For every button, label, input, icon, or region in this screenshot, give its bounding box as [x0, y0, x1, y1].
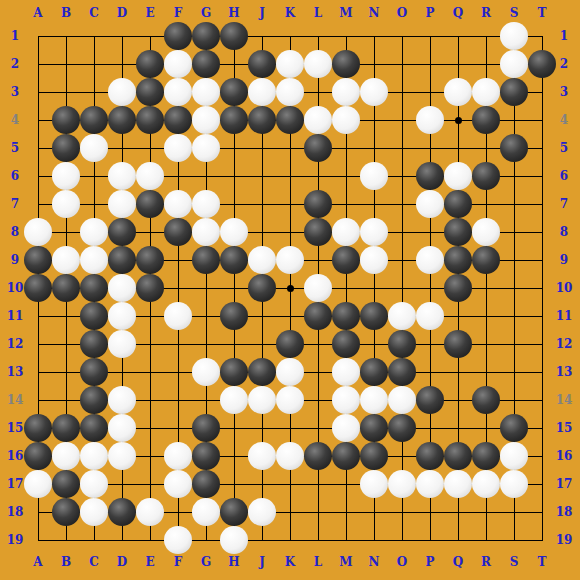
black-stone [248, 106, 276, 134]
white-stone [220, 386, 248, 414]
black-stone [416, 386, 444, 414]
white-stone [80, 470, 108, 498]
black-stone [360, 442, 388, 470]
white-stone [108, 302, 136, 330]
row-label-right: 3 [560, 86, 568, 98]
column-label-top: N [369, 7, 380, 19]
row-label-left: 17 [7, 478, 24, 490]
column-label-bottom: B [61, 556, 71, 568]
white-stone [276, 442, 304, 470]
row-label-left: 12 [7, 338, 24, 350]
black-stone [360, 414, 388, 442]
white-stone [416, 106, 444, 134]
black-stone [52, 498, 80, 526]
white-stone [332, 386, 360, 414]
column-label-top: P [425, 7, 434, 19]
black-stone [304, 218, 332, 246]
star-point [455, 117, 462, 124]
column-label-bottom: E [145, 556, 154, 568]
black-stone [444, 218, 472, 246]
row-label-right: 12 [556, 338, 573, 350]
column-label-bottom: J [259, 556, 265, 568]
row-label-left: 6 [11, 170, 19, 182]
white-stone [164, 470, 192, 498]
white-stone [416, 190, 444, 218]
white-stone [164, 50, 192, 78]
black-stone [304, 442, 332, 470]
white-stone [136, 162, 164, 190]
white-stone [388, 386, 416, 414]
row-label-right: 19 [556, 534, 573, 546]
black-stone [52, 414, 80, 442]
white-stone [192, 190, 220, 218]
white-stone [332, 106, 360, 134]
white-stone [500, 470, 528, 498]
black-stone [80, 330, 108, 358]
white-stone [276, 50, 304, 78]
grid-line [38, 540, 543, 541]
black-stone [528, 50, 556, 78]
row-label-right: 7 [560, 198, 568, 210]
white-stone [248, 246, 276, 274]
row-label-left: 14 [7, 394, 24, 406]
white-stone [500, 22, 528, 50]
black-stone [304, 190, 332, 218]
white-stone [332, 358, 360, 386]
row-label-right: 18 [556, 506, 573, 518]
white-stone [472, 470, 500, 498]
black-stone [80, 302, 108, 330]
black-stone [332, 246, 360, 274]
column-label-bottom: O [397, 556, 407, 568]
white-stone [192, 218, 220, 246]
black-stone [136, 106, 164, 134]
black-stone [388, 414, 416, 442]
black-stone [220, 246, 248, 274]
column-label-top: F [174, 7, 183, 19]
column-label-top: D [117, 7, 127, 19]
black-stone [416, 442, 444, 470]
row-label-right: 13 [556, 366, 573, 378]
white-stone [80, 134, 108, 162]
row-label-right: 1 [560, 30, 568, 42]
column-label-bottom: M [339, 556, 352, 568]
white-stone [332, 218, 360, 246]
black-stone [24, 414, 52, 442]
black-stone [136, 78, 164, 106]
white-stone [52, 442, 80, 470]
white-stone [192, 106, 220, 134]
column-label-bottom: N [369, 556, 380, 568]
row-label-right: 16 [556, 450, 573, 462]
white-stone [360, 470, 388, 498]
column-label-bottom: D [117, 556, 127, 568]
column-label-top: R [481, 7, 491, 19]
row-label-right: 4 [560, 114, 568, 126]
white-stone [108, 274, 136, 302]
row-label-left: 1 [11, 30, 19, 42]
column-label-top: L [314, 7, 322, 19]
white-stone [444, 162, 472, 190]
white-stone [108, 386, 136, 414]
black-stone [192, 470, 220, 498]
white-stone [108, 442, 136, 470]
white-stone [24, 470, 52, 498]
white-stone [304, 50, 332, 78]
column-label-top: Q [453, 7, 463, 19]
white-stone [276, 386, 304, 414]
column-label-top: H [228, 7, 239, 19]
white-stone [192, 78, 220, 106]
row-label-left: 3 [11, 86, 19, 98]
black-stone [80, 386, 108, 414]
row-label-left: 11 [7, 310, 24, 322]
column-label-top: G [201, 7, 211, 19]
black-stone [24, 246, 52, 274]
black-stone [220, 78, 248, 106]
black-stone [80, 414, 108, 442]
column-label-top: E [145, 7, 154, 19]
column-label-top: B [61, 7, 71, 19]
white-stone [360, 162, 388, 190]
column-label-top: C [89, 7, 99, 19]
black-stone [136, 274, 164, 302]
white-stone [360, 246, 388, 274]
white-stone [164, 134, 192, 162]
white-stone [444, 470, 472, 498]
white-stone [304, 274, 332, 302]
row-label-left: 8 [11, 226, 19, 238]
white-stone [80, 498, 108, 526]
black-stone [444, 274, 472, 302]
white-stone [360, 78, 388, 106]
white-stone [108, 330, 136, 358]
column-label-top: T [538, 7, 547, 19]
black-stone [192, 22, 220, 50]
black-stone [248, 50, 276, 78]
white-stone [136, 498, 164, 526]
white-stone [108, 190, 136, 218]
row-label-left: 7 [11, 198, 19, 210]
white-stone [164, 78, 192, 106]
row-label-left: 5 [11, 142, 19, 154]
black-stone [276, 330, 304, 358]
column-label-bottom: K [285, 556, 295, 568]
white-stone [248, 442, 276, 470]
column-label-bottom: H [228, 556, 239, 568]
white-stone [80, 442, 108, 470]
black-stone [52, 134, 80, 162]
row-label-right: 10 [556, 282, 573, 294]
white-stone [164, 302, 192, 330]
column-label-bottom: P [425, 556, 434, 568]
black-stone [332, 330, 360, 358]
black-stone [220, 498, 248, 526]
column-label-top: K [285, 7, 295, 19]
column-label-top: A [33, 7, 42, 19]
black-stone [220, 358, 248, 386]
row-label-left: 10 [7, 282, 24, 294]
white-stone [332, 414, 360, 442]
black-stone [164, 22, 192, 50]
row-label-left: 4 [11, 114, 19, 126]
row-label-left: 16 [7, 450, 24, 462]
black-stone [108, 218, 136, 246]
black-stone [444, 190, 472, 218]
white-stone [80, 246, 108, 274]
white-stone [276, 246, 304, 274]
black-stone [444, 246, 472, 274]
black-stone [108, 106, 136, 134]
white-stone [24, 218, 52, 246]
column-label-bottom: G [201, 556, 211, 568]
black-stone [220, 106, 248, 134]
white-stone [416, 470, 444, 498]
white-stone [360, 386, 388, 414]
black-stone [360, 358, 388, 386]
white-stone [108, 162, 136, 190]
column-label-bottom: A [33, 556, 42, 568]
black-stone [108, 498, 136, 526]
column-label-bottom: F [174, 556, 183, 568]
row-label-right: 14 [556, 394, 573, 406]
black-stone [192, 246, 220, 274]
black-stone [500, 414, 528, 442]
column-label-bottom: S [510, 556, 519, 568]
white-stone [304, 106, 332, 134]
black-stone [136, 190, 164, 218]
white-stone [164, 190, 192, 218]
white-stone [164, 442, 192, 470]
white-stone [248, 78, 276, 106]
white-stone [332, 78, 360, 106]
black-stone [472, 442, 500, 470]
column-label-bottom: T [538, 556, 547, 568]
white-stone [192, 134, 220, 162]
black-stone [80, 358, 108, 386]
row-label-right: 17 [556, 478, 573, 490]
black-stone [416, 162, 444, 190]
star-point [287, 285, 294, 292]
black-stone [248, 274, 276, 302]
row-label-left: 18 [7, 506, 24, 518]
white-stone [220, 218, 248, 246]
white-stone [276, 78, 304, 106]
white-stone [192, 498, 220, 526]
black-stone [332, 50, 360, 78]
column-label-bottom: Q [453, 556, 463, 568]
white-stone [416, 246, 444, 274]
black-stone [360, 302, 388, 330]
black-stone [500, 134, 528, 162]
black-stone [220, 22, 248, 50]
white-stone [220, 526, 248, 554]
white-stone [52, 162, 80, 190]
white-stone [80, 218, 108, 246]
row-label-right: 11 [556, 310, 573, 322]
white-stone [360, 218, 388, 246]
black-stone [248, 358, 276, 386]
black-stone [108, 246, 136, 274]
row-label-left: 9 [11, 254, 19, 266]
black-stone [332, 442, 360, 470]
column-label-bottom: C [89, 556, 99, 568]
white-stone [416, 302, 444, 330]
white-stone [52, 246, 80, 274]
black-stone [332, 302, 360, 330]
column-label-top: M [339, 7, 352, 19]
white-stone [388, 470, 416, 498]
black-stone [52, 470, 80, 498]
white-stone [192, 358, 220, 386]
row-label-right: 15 [556, 422, 573, 434]
white-stone [500, 50, 528, 78]
black-stone [52, 274, 80, 302]
black-stone [304, 134, 332, 162]
black-stone [388, 358, 416, 386]
white-stone [164, 526, 192, 554]
black-stone [276, 106, 304, 134]
grid-line [402, 36, 403, 541]
go-board-screen: AABBCCDDEEFFGGHHJJKKLLMMNNOOPPQQRRSSTT11… [0, 0, 580, 580]
black-stone [80, 274, 108, 302]
black-stone [24, 442, 52, 470]
black-stone [472, 162, 500, 190]
white-stone [444, 78, 472, 106]
black-stone [192, 414, 220, 442]
row-label-right: 8 [560, 226, 568, 238]
white-stone [248, 498, 276, 526]
black-stone [444, 330, 472, 358]
black-stone [80, 106, 108, 134]
white-stone [108, 78, 136, 106]
black-stone [136, 246, 164, 274]
column-label-top: S [510, 7, 519, 19]
black-stone [220, 302, 248, 330]
white-stone [248, 386, 276, 414]
white-stone [388, 302, 416, 330]
row-label-left: 15 [7, 422, 24, 434]
black-stone [444, 442, 472, 470]
white-stone [276, 358, 304, 386]
row-label-right: 9 [560, 254, 568, 266]
white-stone [52, 190, 80, 218]
column-label-top: O [397, 7, 407, 19]
row-label-right: 5 [560, 142, 568, 154]
row-label-left: 2 [11, 58, 19, 70]
column-label-bottom: R [481, 556, 491, 568]
white-stone [108, 414, 136, 442]
black-stone [304, 302, 332, 330]
white-stone [472, 218, 500, 246]
column-label-top: J [259, 7, 265, 19]
white-stone [472, 78, 500, 106]
black-stone [472, 106, 500, 134]
black-stone [136, 50, 164, 78]
white-stone [500, 442, 528, 470]
row-label-right: 6 [560, 170, 568, 182]
black-stone [472, 386, 500, 414]
row-label-left: 13 [7, 366, 24, 378]
go-board[interactable]: AABBCCDDEEFFGGHHJJKKLLMMNNOOPPQQRRSSTT11… [0, 0, 580, 580]
black-stone [472, 246, 500, 274]
black-stone [164, 106, 192, 134]
black-stone [388, 330, 416, 358]
black-stone [500, 78, 528, 106]
black-stone [192, 50, 220, 78]
column-label-bottom: L [314, 556, 322, 568]
row-label-right: 2 [560, 58, 568, 70]
black-stone [52, 106, 80, 134]
black-stone [192, 442, 220, 470]
black-stone [24, 274, 52, 302]
row-label-left: 19 [7, 534, 24, 546]
black-stone [164, 218, 192, 246]
grid-line [542, 36, 543, 541]
